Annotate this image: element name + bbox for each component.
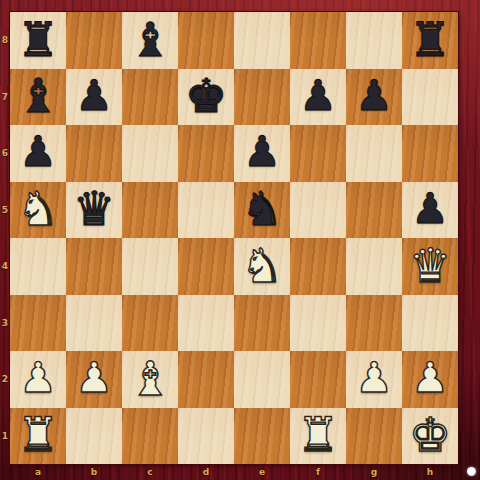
rank-label-5: 5 (0, 182, 10, 239)
square-b1[interactable] (66, 408, 122, 465)
square-g1[interactable] (346, 408, 402, 465)
square-b2[interactable]: ♟ (66, 351, 122, 408)
black-pawn[interactable]: ♟ (243, 131, 281, 173)
square-a8[interactable]: ♜ (10, 12, 66, 69)
square-f6[interactable] (290, 125, 346, 182)
white-rook[interactable]: ♜ (297, 411, 339, 458)
black-rook[interactable]: ♜ (17, 16, 59, 63)
square-e4[interactable]: ♞ (234, 238, 290, 295)
square-f5[interactable] (290, 182, 346, 239)
black-knight[interactable]: ♞ (241, 185, 283, 232)
white-pawn[interactable]: ♟ (411, 357, 449, 399)
square-e6[interactable]: ♟ (234, 125, 290, 182)
file-label-h: h (402, 466, 458, 479)
square-a4[interactable] (10, 238, 66, 295)
square-d7[interactable]: ♚ (178, 69, 234, 126)
square-g5[interactable] (346, 182, 402, 239)
square-e5[interactable]: ♞ (234, 182, 290, 239)
square-c6[interactable] (122, 125, 178, 182)
square-h5[interactable]: ♟ (402, 182, 458, 239)
file-labels: abcdefgh (10, 466, 458, 479)
square-b5[interactable]: ♛ (66, 182, 122, 239)
square-c3[interactable] (122, 295, 178, 352)
square-b8[interactable] (66, 12, 122, 69)
square-b6[interactable] (66, 125, 122, 182)
file-label-c: c (122, 466, 178, 479)
square-d5[interactable] (178, 182, 234, 239)
rank-labels: 87654321 (0, 12, 10, 464)
square-e7[interactable] (234, 69, 290, 126)
square-h7[interactable] (402, 69, 458, 126)
square-b3[interactable] (66, 295, 122, 352)
file-label-g: g (346, 466, 402, 479)
black-pawn[interactable]: ♟ (19, 131, 57, 173)
white-pawn[interactable]: ♟ (75, 357, 113, 399)
square-a3[interactable] (10, 295, 66, 352)
rank-label-7: 7 (0, 69, 10, 126)
square-e1[interactable] (234, 408, 290, 465)
file-label-b: b (66, 466, 122, 479)
square-g2[interactable]: ♟ (346, 351, 402, 408)
black-king[interactable]: ♚ (185, 72, 227, 119)
square-e8[interactable] (234, 12, 290, 69)
square-f4[interactable] (290, 238, 346, 295)
file-label-f: f (290, 466, 346, 479)
square-c1[interactable] (122, 408, 178, 465)
square-d4[interactable] (178, 238, 234, 295)
square-c8[interactable]: ♝ (122, 12, 178, 69)
square-h2[interactable]: ♟ (402, 351, 458, 408)
square-f7[interactable]: ♟ (290, 69, 346, 126)
black-queen[interactable]: ♛ (73, 185, 115, 232)
square-a1[interactable]: ♜ (10, 408, 66, 465)
white-bishop[interactable]: ♝ (129, 355, 171, 402)
white-pawn[interactable]: ♟ (19, 357, 57, 399)
white-pawn[interactable]: ♟ (355, 357, 393, 399)
square-a7[interactable]: ♝ (10, 69, 66, 126)
square-a5[interactable]: ♞ (10, 182, 66, 239)
rank-label-2: 2 (0, 351, 10, 408)
black-rook[interactable]: ♜ (409, 16, 451, 63)
square-f8[interactable] (290, 12, 346, 69)
white-knight[interactable]: ♞ (17, 185, 59, 232)
black-pawn[interactable]: ♟ (355, 75, 393, 117)
square-d3[interactable] (178, 295, 234, 352)
rank-label-8: 8 (0, 12, 10, 69)
black-pawn[interactable]: ♟ (299, 75, 337, 117)
rank-label-4: 4 (0, 238, 10, 295)
white-queen[interactable]: ♛ (409, 242, 451, 289)
white-rook[interactable]: ♜ (17, 411, 59, 458)
file-label-e: e (234, 466, 290, 479)
white-king[interactable]: ♚ (409, 411, 451, 458)
square-g7[interactable]: ♟ (346, 69, 402, 126)
rank-label-6: 6 (0, 125, 10, 182)
file-label-a: a (10, 466, 66, 479)
white-knight[interactable]: ♞ (241, 242, 283, 289)
square-c4[interactable] (122, 238, 178, 295)
square-h4[interactable]: ♛ (402, 238, 458, 295)
black-pawn[interactable]: ♟ (411, 188, 449, 230)
black-bishop[interactable]: ♝ (17, 72, 59, 119)
square-g4[interactable] (346, 238, 402, 295)
square-e3[interactable] (234, 295, 290, 352)
chess-board-window: ♜♝♜♝♟♚♟♟♟♟♞♛♞♟♞♛♟♟♝♟♟♜♜♚ 87654321 abcdef… (0, 0, 480, 480)
square-h1[interactable]: ♚ (402, 408, 458, 465)
square-b4[interactable] (66, 238, 122, 295)
square-f3[interactable] (290, 295, 346, 352)
square-h8[interactable]: ♜ (402, 12, 458, 69)
rank-label-3: 3 (0, 295, 10, 352)
square-g3[interactable] (346, 295, 402, 352)
square-d1[interactable] (178, 408, 234, 465)
rank-label-1: 1 (0, 408, 10, 465)
square-f2[interactable] (290, 351, 346, 408)
black-pawn[interactable]: ♟ (75, 75, 113, 117)
square-d6[interactable] (178, 125, 234, 182)
square-g8[interactable] (346, 12, 402, 69)
black-bishop[interactable]: ♝ (129, 16, 171, 63)
square-c2[interactable]: ♝ (122, 351, 178, 408)
square-d8[interactable] (178, 12, 234, 69)
white-to-move-indicator (467, 467, 476, 476)
square-c7[interactable] (122, 69, 178, 126)
square-b7[interactable]: ♟ (66, 69, 122, 126)
square-h3[interactable] (402, 295, 458, 352)
square-a2[interactable]: ♟ (10, 351, 66, 408)
square-c5[interactable] (122, 182, 178, 239)
square-d2[interactable] (178, 351, 234, 408)
square-g6[interactable] (346, 125, 402, 182)
square-h6[interactable] (402, 125, 458, 182)
square-f1[interactable]: ♜ (290, 408, 346, 465)
square-e2[interactable] (234, 351, 290, 408)
chess-board: ♜♝♜♝♟♚♟♟♟♟♞♛♞♟♞♛♟♟♝♟♟♜♜♚ (10, 12, 458, 464)
file-label-d: d (178, 466, 234, 479)
square-a6[interactable]: ♟ (10, 125, 66, 182)
